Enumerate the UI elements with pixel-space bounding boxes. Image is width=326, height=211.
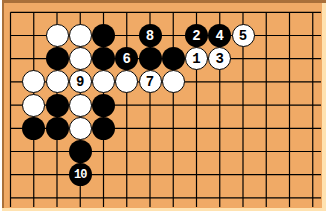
stone-black-r5c3 [46, 94, 69, 117]
stone-black-r2c5 [92, 24, 115, 47]
stone-black-move-8-r2c7: 8 [139, 24, 162, 47]
frame-left-inner [2, 3, 4, 208]
stone-white-r3c4 [69, 47, 92, 70]
stone-black-r6c5 [92, 117, 115, 140]
frame-right-edge [322, 3, 326, 211]
stone-black-r6c2 [22, 117, 45, 140]
stone-white-r5c4 [69, 94, 92, 117]
stone-black-r7c4 [69, 140, 92, 163]
stone-black-r3c3 [46, 47, 69, 70]
frame-top-edge [0, 0, 326, 3]
stone-white-r4c3 [46, 70, 69, 93]
frame-bottom-edge [2, 208, 326, 211]
stone-white-move-7-r4c7: 7 [139, 70, 162, 93]
stone-black-r5c5 [92, 94, 115, 117]
stone-white-r2c3 [46, 24, 69, 47]
stone-white-move-5-r2c11: 5 [232, 24, 255, 47]
stone-white-r5c2 [22, 94, 45, 117]
go-diagram-screenshot: 82456139710 [0, 0, 326, 211]
stone-white-r4c8 [162, 70, 185, 93]
stone-white-r2c4 [69, 24, 92, 47]
stone-black-r6c3 [46, 117, 69, 140]
stone-black-r3c8 [162, 47, 185, 70]
stone-white-move-9-r4c4: 9 [69, 70, 92, 93]
go-board: 82456139710 [0, 0, 326, 211]
stone-black-move-2-r2c9: 2 [185, 24, 208, 47]
stone-black-move-10-r8c4: 10 [69, 163, 92, 186]
stone-white-r6c4 [69, 117, 92, 140]
stone-black-r3c7 [139, 47, 162, 70]
